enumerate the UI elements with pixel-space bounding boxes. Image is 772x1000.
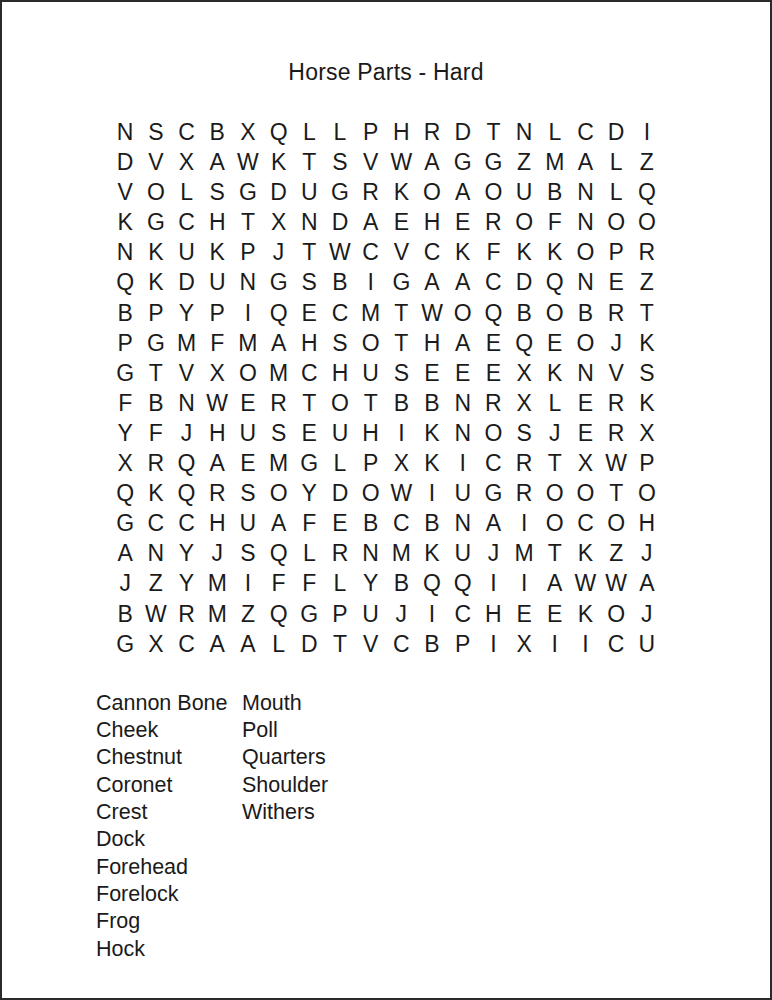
grid-cell: W bbox=[325, 237, 356, 267]
grid-cell: D bbox=[263, 177, 294, 207]
grid-cell: U bbox=[294, 177, 325, 207]
grid-cell: Y bbox=[355, 568, 386, 598]
grid-cell: R bbox=[478, 388, 509, 418]
grid-cell: N bbox=[570, 177, 601, 207]
grid-cell: Z bbox=[632, 267, 663, 297]
grid-cell: Q bbox=[632, 177, 663, 207]
grid-cell: T bbox=[478, 117, 509, 147]
grid-cell: J bbox=[171, 418, 202, 448]
grid-cell: A bbox=[355, 207, 386, 237]
grid-cell: T bbox=[539, 448, 570, 478]
grid-cell: U bbox=[509, 177, 540, 207]
grid-cell: K bbox=[447, 237, 478, 267]
grid-cell: I bbox=[386, 418, 417, 448]
grid-cell: E bbox=[539, 328, 570, 358]
grid-cell: O bbox=[355, 478, 386, 508]
grid-cell: S bbox=[632, 358, 663, 388]
grid-cell: G bbox=[478, 147, 509, 177]
grid-cell: A bbox=[447, 328, 478, 358]
grid-cell: M bbox=[171, 328, 202, 358]
grid-cell: N bbox=[355, 538, 386, 568]
grid-cell: T bbox=[632, 298, 663, 328]
grid-cell: Q bbox=[110, 267, 141, 297]
grid-cell: P bbox=[447, 629, 478, 659]
grid-cell: R bbox=[263, 388, 294, 418]
grid-cell: F bbox=[141, 418, 172, 448]
grid-cell: K bbox=[141, 237, 172, 267]
grid-cell: G bbox=[141, 328, 172, 358]
grid-cell: U bbox=[325, 418, 356, 448]
grid-cell: C bbox=[294, 358, 325, 388]
grid-cell: M bbox=[355, 298, 386, 328]
grid-cell: U bbox=[355, 599, 386, 629]
grid-cell: K bbox=[632, 388, 663, 418]
grid-cell: C bbox=[171, 508, 202, 538]
grid-cell: R bbox=[601, 388, 632, 418]
grid-cell: H bbox=[386, 117, 417, 147]
grid-cell: J bbox=[263, 237, 294, 267]
grid-cell: S bbox=[509, 418, 540, 448]
grid-cell: O bbox=[141, 177, 172, 207]
grid-cell: P bbox=[355, 448, 386, 478]
grid-cell: P bbox=[325, 599, 356, 629]
grid-cell: A bbox=[110, 538, 141, 568]
grid-cell: C bbox=[601, 629, 632, 659]
grid-cell: M bbox=[509, 538, 540, 568]
grid-cell: A bbox=[202, 147, 233, 177]
grid-cell: S bbox=[141, 117, 172, 147]
grid-cell: V bbox=[355, 147, 386, 177]
grid-cell: A bbox=[202, 448, 233, 478]
grid-cell: E bbox=[447, 207, 478, 237]
grid-cell: H bbox=[417, 207, 448, 237]
grid-cell: Z bbox=[141, 568, 172, 598]
grid-cell: X bbox=[141, 629, 172, 659]
grid-cell: X bbox=[386, 448, 417, 478]
grid-cell: G bbox=[110, 629, 141, 659]
grid-cell: D bbox=[294, 629, 325, 659]
grid-cell: E bbox=[294, 418, 325, 448]
grid-cell: Y bbox=[171, 568, 202, 598]
grid-cell: H bbox=[202, 508, 233, 538]
grid-cell: G bbox=[294, 448, 325, 478]
grid-cell: Q bbox=[509, 328, 540, 358]
word-item: Coronet bbox=[96, 772, 242, 799]
grid-cell: D bbox=[171, 267, 202, 297]
grid-cell: L bbox=[325, 568, 356, 598]
grid-cell: O bbox=[233, 358, 264, 388]
word-item: Forelock bbox=[96, 881, 242, 908]
grid-cell: O bbox=[447, 298, 478, 328]
grid-cell: T bbox=[386, 298, 417, 328]
grid-cell: K bbox=[417, 418, 448, 448]
grid-cell: R bbox=[355, 177, 386, 207]
grid-cell: E bbox=[509, 599, 540, 629]
grid-cell: R bbox=[171, 599, 202, 629]
grid-cell: R bbox=[325, 538, 356, 568]
grid-cell: G bbox=[294, 599, 325, 629]
grid-cell: J bbox=[478, 538, 509, 568]
grid-cell: N bbox=[570, 358, 601, 388]
grid-cell: O bbox=[632, 478, 663, 508]
grid-cell: I bbox=[417, 599, 448, 629]
grid-cell: D bbox=[325, 478, 356, 508]
grid-cell: W bbox=[601, 568, 632, 598]
grid-cell: I bbox=[570, 629, 601, 659]
grid-cell: U bbox=[447, 478, 478, 508]
grid-cell: D bbox=[509, 267, 540, 297]
grid-cell: L bbox=[325, 448, 356, 478]
grid-cell: U bbox=[632, 629, 663, 659]
grid-cell: Q bbox=[171, 448, 202, 478]
grid-cell: Q bbox=[539, 267, 570, 297]
grid-cell: A bbox=[632, 568, 663, 598]
grid-cell: N bbox=[570, 267, 601, 297]
grid-cell: O bbox=[478, 177, 509, 207]
grid-cell: N bbox=[233, 267, 264, 297]
grid-cell: Z bbox=[632, 147, 663, 177]
grid-cell: Q bbox=[417, 568, 448, 598]
grid-cell: F bbox=[539, 207, 570, 237]
grid-cell: O bbox=[539, 508, 570, 538]
grid-cell: E bbox=[386, 207, 417, 237]
grid-cell: K bbox=[570, 538, 601, 568]
grid-cell: K bbox=[509, 237, 540, 267]
grid-cell: O bbox=[355, 328, 386, 358]
grid-cell: X bbox=[509, 388, 540, 418]
grid-cell: F bbox=[294, 568, 325, 598]
grid-cell: E bbox=[478, 358, 509, 388]
grid-cell: H bbox=[202, 418, 233, 448]
grid-cell: N bbox=[110, 237, 141, 267]
grid-cell: D bbox=[325, 207, 356, 237]
word-item: Hock bbox=[96, 936, 242, 963]
grid-cell: G bbox=[478, 478, 509, 508]
grid-cell: T bbox=[141, 358, 172, 388]
grid-cell: J bbox=[632, 599, 663, 629]
grid-cell: B bbox=[417, 388, 448, 418]
word-list-column-2: MouthPollQuartersShoulderWithers bbox=[242, 690, 328, 827]
grid-cell: B bbox=[110, 599, 141, 629]
grid-cell: I bbox=[417, 478, 448, 508]
grid-cell: X bbox=[171, 147, 202, 177]
grid-cell: Y bbox=[110, 418, 141, 448]
grid-cell: V bbox=[355, 629, 386, 659]
grid-cell: D bbox=[447, 117, 478, 147]
grid-cell: A bbox=[263, 508, 294, 538]
grid-cell: O bbox=[570, 237, 601, 267]
grid-cell: O bbox=[570, 328, 601, 358]
grid-cell: N bbox=[294, 207, 325, 237]
grid-cell: G bbox=[325, 177, 356, 207]
grid-cell: R bbox=[202, 478, 233, 508]
grid-cell: X bbox=[509, 629, 540, 659]
grid-cell: C bbox=[570, 117, 601, 147]
word-list: Cannon BoneCheekChestnutCoronetCrestDock… bbox=[96, 690, 770, 963]
grid-cell: E bbox=[294, 298, 325, 328]
grid-cell: F bbox=[294, 508, 325, 538]
grid-cell: K bbox=[539, 237, 570, 267]
grid-cell: V bbox=[601, 358, 632, 388]
grid-cell: T bbox=[355, 388, 386, 418]
grid-cell: N bbox=[509, 117, 540, 147]
grid-cell: M bbox=[263, 358, 294, 388]
grid-cell: G bbox=[141, 207, 172, 237]
grid-cell: Q bbox=[263, 117, 294, 147]
grid-cell: O bbox=[478, 418, 509, 448]
grid-cell: H bbox=[478, 599, 509, 629]
grid-cell: B bbox=[141, 388, 172, 418]
grid-cell: I bbox=[509, 568, 540, 598]
grid-cell: L bbox=[601, 177, 632, 207]
grid-cell: K bbox=[417, 538, 448, 568]
grid-cell: R bbox=[509, 448, 540, 478]
grid-cell: B bbox=[570, 298, 601, 328]
grid-cell: G bbox=[447, 147, 478, 177]
grid-cell: E bbox=[601, 267, 632, 297]
grid-cell: V bbox=[171, 358, 202, 388]
grid-cell: W bbox=[202, 388, 233, 418]
grid-cell: T bbox=[539, 538, 570, 568]
grid-cell: R bbox=[601, 418, 632, 448]
grid-cell: O bbox=[601, 508, 632, 538]
grid-cell: Q bbox=[447, 568, 478, 598]
grid-cell: M bbox=[202, 568, 233, 598]
grid-cell: Z bbox=[601, 538, 632, 568]
grid-cell: O bbox=[509, 207, 540, 237]
grid-cell: C bbox=[325, 298, 356, 328]
word-item: Poll bbox=[242, 717, 328, 744]
grid-cell: K bbox=[141, 267, 172, 297]
grid-cell: S bbox=[325, 328, 356, 358]
puzzle-title: Horse Parts - Hard bbox=[2, 2, 770, 86]
grid-cell: C bbox=[478, 448, 509, 478]
grid-cell: C bbox=[141, 508, 172, 538]
grid-cell: K bbox=[539, 358, 570, 388]
grid-cell: N bbox=[171, 388, 202, 418]
grid-cell: R bbox=[478, 207, 509, 237]
grid-cell: A bbox=[417, 147, 448, 177]
grid-cell: F bbox=[202, 328, 233, 358]
grid-cell: C bbox=[447, 599, 478, 629]
grid-cell: A bbox=[478, 508, 509, 538]
grid-cell: L bbox=[539, 117, 570, 147]
grid-cell: H bbox=[325, 358, 356, 388]
grid-cell: T bbox=[294, 147, 325, 177]
grid-cell: K bbox=[263, 147, 294, 177]
grid-cell: F bbox=[263, 568, 294, 598]
grid-cell: O bbox=[539, 298, 570, 328]
grid-cell: T bbox=[294, 237, 325, 267]
grid-cell: E bbox=[570, 388, 601, 418]
grid-cell: W bbox=[386, 478, 417, 508]
grid-cell: V bbox=[386, 237, 417, 267]
grid-cell: I bbox=[233, 568, 264, 598]
grid-cell: O bbox=[539, 478, 570, 508]
grid-cell: A bbox=[417, 267, 448, 297]
grid-cell: L bbox=[171, 177, 202, 207]
grid-cell: S bbox=[263, 418, 294, 448]
grid-cell: M bbox=[202, 599, 233, 629]
grid-cell: Y bbox=[171, 538, 202, 568]
grid-cell: N bbox=[447, 388, 478, 418]
grid-cell: J bbox=[202, 538, 233, 568]
grid-cell: P bbox=[202, 298, 233, 328]
word-item: Chestnut bbox=[96, 744, 242, 771]
grid-cell: H bbox=[355, 418, 386, 448]
grid-cell: I bbox=[233, 298, 264, 328]
grid-cell: K bbox=[417, 448, 448, 478]
grid-cell: U bbox=[171, 237, 202, 267]
word-list-column-1: Cannon BoneCheekChestnutCoronetCrestDock… bbox=[96, 690, 242, 963]
word-item: Frog bbox=[96, 908, 242, 935]
grid-cell: U bbox=[233, 508, 264, 538]
grid-cell: X bbox=[570, 448, 601, 478]
grid-cell: X bbox=[632, 418, 663, 448]
grid-cell: Y bbox=[294, 478, 325, 508]
grid-cell: I bbox=[632, 117, 663, 147]
grid-cell: B bbox=[539, 177, 570, 207]
grid-cell: U bbox=[233, 418, 264, 448]
grid-cell: Q bbox=[110, 478, 141, 508]
grid-cell: C bbox=[355, 237, 386, 267]
grid-cell: J bbox=[539, 418, 570, 448]
grid-cell: L bbox=[294, 117, 325, 147]
grid-cell: P bbox=[355, 117, 386, 147]
grid-cell: L bbox=[539, 388, 570, 418]
grid-cell: W bbox=[417, 298, 448, 328]
grid-cell: O bbox=[601, 207, 632, 237]
grid-cell: E bbox=[325, 508, 356, 538]
grid-cell: X bbox=[263, 207, 294, 237]
grid-cell: U bbox=[355, 358, 386, 388]
grid-cell: L bbox=[601, 147, 632, 177]
grid-cell: K bbox=[110, 207, 141, 237]
grid-cell: O bbox=[263, 478, 294, 508]
grid-cell: R bbox=[509, 478, 540, 508]
word-item: Dock bbox=[96, 826, 242, 853]
grid-cell: B bbox=[509, 298, 540, 328]
grid-cell: S bbox=[233, 538, 264, 568]
grid-cell: X bbox=[233, 117, 264, 147]
grid-cell: M bbox=[233, 328, 264, 358]
grid-cell: M bbox=[386, 538, 417, 568]
grid-cell: J bbox=[110, 568, 141, 598]
word-item: Crest bbox=[96, 799, 242, 826]
grid-cell: Q bbox=[263, 298, 294, 328]
grid-cell: U bbox=[202, 267, 233, 297]
grid-cell: E bbox=[539, 599, 570, 629]
grid-cell: E bbox=[233, 388, 264, 418]
grid-cell: H bbox=[294, 328, 325, 358]
grid-cell: B bbox=[386, 388, 417, 418]
grid-cell: L bbox=[263, 629, 294, 659]
grid-cell: O bbox=[601, 599, 632, 629]
grid-cell: W bbox=[141, 599, 172, 629]
grid-cell: K bbox=[386, 177, 417, 207]
grid-cell: P bbox=[141, 298, 172, 328]
grid-cell: W bbox=[570, 568, 601, 598]
grid-cell: O bbox=[632, 207, 663, 237]
grid-cell: I bbox=[509, 508, 540, 538]
grid-cell: S bbox=[202, 177, 233, 207]
grid-cell: G bbox=[263, 267, 294, 297]
letter-grid: NSCBXQLLPHRDTNLCDIDVXAWKTSVWAGGZMALZVOLS… bbox=[110, 117, 662, 659]
grid-cell: C bbox=[171, 207, 202, 237]
grid-cell: L bbox=[325, 117, 356, 147]
grid-cell: J bbox=[601, 328, 632, 358]
grid-cell: T bbox=[294, 388, 325, 418]
grid-cell: E bbox=[417, 358, 448, 388]
grid-cell: D bbox=[110, 147, 141, 177]
word-item: Shoulder bbox=[242, 772, 328, 799]
grid-cell: Q bbox=[478, 298, 509, 328]
grid-cell: A bbox=[202, 629, 233, 659]
grid-cell: C bbox=[171, 117, 202, 147]
grid-cell: S bbox=[386, 358, 417, 388]
grid-cell: C bbox=[570, 508, 601, 538]
grid-cell: A bbox=[447, 267, 478, 297]
grid-cell: H bbox=[632, 508, 663, 538]
word-item: Cheek bbox=[96, 717, 242, 744]
grid-cell: Y bbox=[171, 298, 202, 328]
grid-cell: B bbox=[417, 508, 448, 538]
grid-cell: H bbox=[417, 328, 448, 358]
grid-cell: U bbox=[447, 538, 478, 568]
grid-cell: B bbox=[325, 267, 356, 297]
word-item: Forehead bbox=[96, 854, 242, 881]
grid-cell: D bbox=[601, 117, 632, 147]
grid-cell: M bbox=[539, 147, 570, 177]
grid-cell: G bbox=[233, 177, 264, 207]
grid-cell: X bbox=[110, 448, 141, 478]
grid-cell: N bbox=[447, 508, 478, 538]
grid-cell: B bbox=[355, 508, 386, 538]
grid-cell: C bbox=[478, 267, 509, 297]
grid-cell: M bbox=[263, 448, 294, 478]
grid-cell: B bbox=[386, 568, 417, 598]
grid-cell: E bbox=[478, 328, 509, 358]
grid-cell: N bbox=[447, 418, 478, 448]
word-item: Cannon Bone bbox=[96, 690, 242, 717]
grid-cell: B bbox=[110, 298, 141, 328]
grid-cell: W bbox=[233, 147, 264, 177]
grid-cell: A bbox=[570, 147, 601, 177]
grid-cell: Q bbox=[171, 478, 202, 508]
grid-cell: N bbox=[110, 117, 141, 147]
grid-cell: H bbox=[202, 207, 233, 237]
grid-cell: Z bbox=[509, 147, 540, 177]
grid-cell: V bbox=[141, 147, 172, 177]
grid-cell: T bbox=[386, 328, 417, 358]
word-item: Mouth bbox=[242, 690, 328, 717]
word-item: Withers bbox=[242, 799, 328, 826]
grid-cell: Q bbox=[263, 538, 294, 568]
grid-cell: B bbox=[417, 629, 448, 659]
grid-cell: J bbox=[632, 538, 663, 568]
grid-cell: A bbox=[447, 177, 478, 207]
worksheet-page: Horse Parts - Hard NSCBXQLLPHRDTNLCDIDVX… bbox=[0, 0, 772, 1000]
grid-cell: X bbox=[202, 358, 233, 388]
grid-cell: A bbox=[539, 568, 570, 598]
grid-cell: R bbox=[601, 298, 632, 328]
grid-cell: I bbox=[478, 629, 509, 659]
grid-cell: P bbox=[233, 237, 264, 267]
grid-cell: J bbox=[386, 599, 417, 629]
grid-cell: I bbox=[478, 568, 509, 598]
grid-cell: C bbox=[386, 508, 417, 538]
grid-cell: R bbox=[141, 448, 172, 478]
